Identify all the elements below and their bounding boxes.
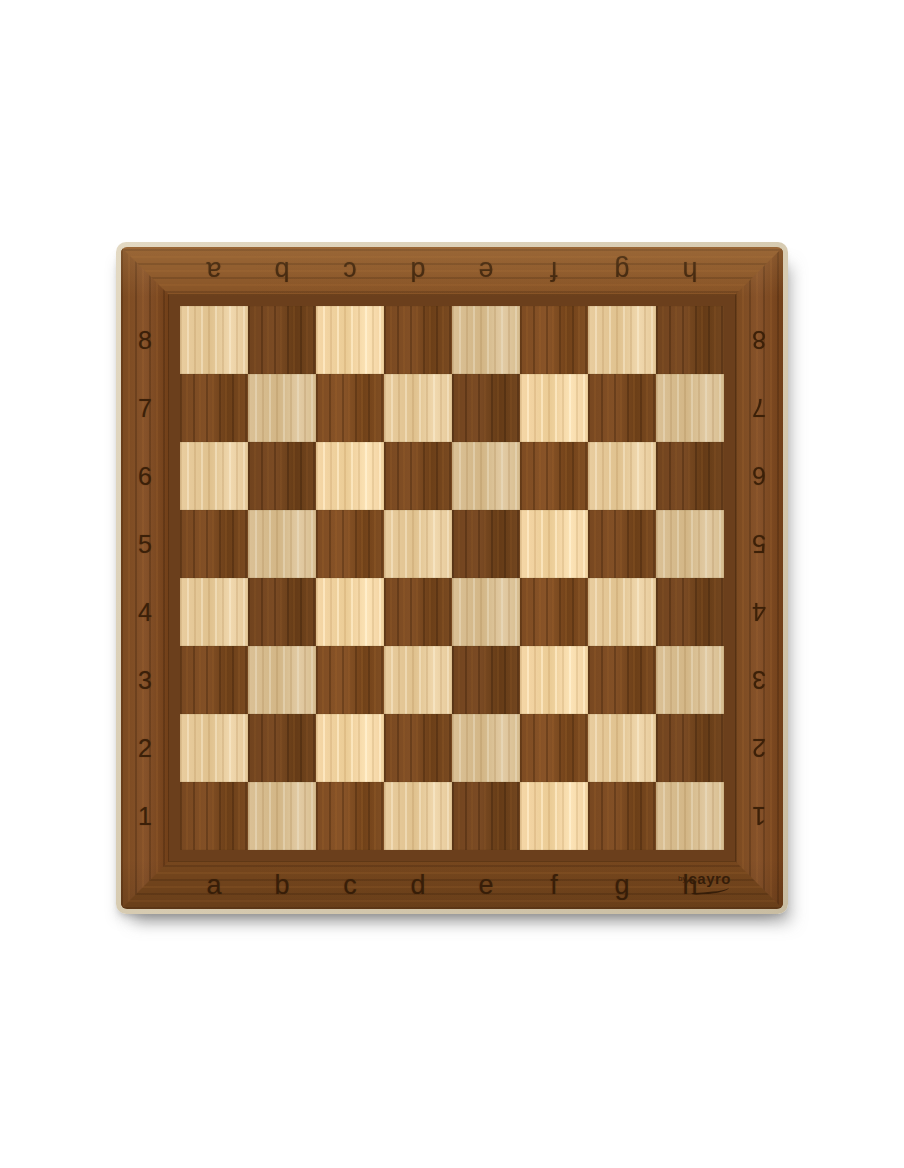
square-g6 bbox=[588, 442, 656, 510]
square-g8 bbox=[588, 306, 656, 374]
file-label-top-h: h bbox=[656, 247, 724, 295]
file-label-top-b: b bbox=[248, 247, 316, 295]
square-g7 bbox=[588, 374, 656, 442]
square-f8 bbox=[520, 306, 588, 374]
square-h3 bbox=[656, 646, 724, 714]
chess-board: abcdefgh abcdefgh 87654321 87654321 by c… bbox=[116, 242, 788, 914]
square-c5 bbox=[316, 510, 384, 578]
square-a8 bbox=[180, 306, 248, 374]
square-c8 bbox=[316, 306, 384, 374]
file-label-top-f: f bbox=[520, 247, 588, 295]
rank-label-right-1: 1 bbox=[735, 782, 783, 850]
rank-label-left-4: 4 bbox=[121, 578, 169, 646]
rank-label-left-2: 2 bbox=[121, 714, 169, 782]
square-b6 bbox=[248, 442, 316, 510]
square-b3 bbox=[248, 646, 316, 714]
square-h7 bbox=[656, 374, 724, 442]
square-b1 bbox=[248, 782, 316, 850]
square-d6 bbox=[384, 442, 452, 510]
square-f5 bbox=[520, 510, 588, 578]
square-c7 bbox=[316, 374, 384, 442]
square-e4 bbox=[452, 578, 520, 646]
rank-label-left-5: 5 bbox=[121, 510, 169, 578]
rank-label-right-5: 5 bbox=[735, 510, 783, 578]
square-e3 bbox=[452, 646, 520, 714]
square-a7 bbox=[180, 374, 248, 442]
square-d8 bbox=[384, 306, 452, 374]
square-e7 bbox=[452, 374, 520, 442]
rank-label-right-4: 4 bbox=[735, 578, 783, 646]
square-a4 bbox=[180, 578, 248, 646]
rank-label-right-2: 2 bbox=[735, 714, 783, 782]
rank-label-right-6: 6 bbox=[735, 442, 783, 510]
file-label-top-g: g bbox=[588, 247, 656, 295]
square-d3 bbox=[384, 646, 452, 714]
square-d7 bbox=[384, 374, 452, 442]
rank-labels-right: 87654321 bbox=[735, 306, 783, 850]
square-h2 bbox=[656, 714, 724, 782]
file-label-top-a: a bbox=[180, 247, 248, 295]
square-b2 bbox=[248, 714, 316, 782]
square-c4 bbox=[316, 578, 384, 646]
cayro-logo: by cayro bbox=[678, 872, 731, 898]
square-e6 bbox=[452, 442, 520, 510]
rank-label-left-3: 3 bbox=[121, 646, 169, 714]
file-label-top-c: c bbox=[316, 247, 384, 295]
rank-label-left-7: 7 bbox=[121, 374, 169, 442]
square-e2 bbox=[452, 714, 520, 782]
square-b5 bbox=[248, 510, 316, 578]
file-label-bottom-b: b bbox=[248, 861, 316, 909]
rank-labels-left: 87654321 bbox=[121, 306, 169, 850]
square-c1 bbox=[316, 782, 384, 850]
square-e5 bbox=[452, 510, 520, 578]
square-b4 bbox=[248, 578, 316, 646]
square-c3 bbox=[316, 646, 384, 714]
rank-label-left-6: 6 bbox=[121, 442, 169, 510]
board-grid bbox=[180, 306, 724, 850]
product-photo: abcdefgh abcdefgh 87654321 87654321 by c… bbox=[0, 0, 904, 1168]
square-c6 bbox=[316, 442, 384, 510]
square-f1 bbox=[520, 782, 588, 850]
file-label-bottom-e: e bbox=[452, 861, 520, 909]
file-label-bottom-a: a bbox=[180, 861, 248, 909]
square-d1 bbox=[384, 782, 452, 850]
rank-label-left-1: 1 bbox=[121, 782, 169, 850]
square-f4 bbox=[520, 578, 588, 646]
board-frame: abcdefgh abcdefgh 87654321 87654321 by c… bbox=[121, 247, 783, 909]
rank-label-right-7: 7 bbox=[735, 374, 783, 442]
file-labels-bottom: abcdefgh bbox=[180, 861, 724, 909]
square-d2 bbox=[384, 714, 452, 782]
square-e8 bbox=[452, 306, 520, 374]
square-f2 bbox=[520, 714, 588, 782]
file-label-bottom-g: g bbox=[588, 861, 656, 909]
file-label-top-d: d bbox=[384, 247, 452, 295]
square-a2 bbox=[180, 714, 248, 782]
square-g1 bbox=[588, 782, 656, 850]
file-label-bottom-d: d bbox=[384, 861, 452, 909]
square-a5 bbox=[180, 510, 248, 578]
square-h6 bbox=[656, 442, 724, 510]
brand-name: cayro bbox=[688, 872, 731, 886]
file-label-bottom-c: c bbox=[316, 861, 384, 909]
square-e1 bbox=[452, 782, 520, 850]
square-f3 bbox=[520, 646, 588, 714]
square-g5 bbox=[588, 510, 656, 578]
square-h4 bbox=[656, 578, 724, 646]
file-label-bottom-f: f bbox=[520, 861, 588, 909]
square-a3 bbox=[180, 646, 248, 714]
square-h1 bbox=[656, 782, 724, 850]
rank-label-left-8: 8 bbox=[121, 306, 169, 374]
square-a6 bbox=[180, 442, 248, 510]
square-h8 bbox=[656, 306, 724, 374]
square-g3 bbox=[588, 646, 656, 714]
brand-swoosh-icon bbox=[691, 886, 729, 896]
square-f6 bbox=[520, 442, 588, 510]
square-h5 bbox=[656, 510, 724, 578]
square-g4 bbox=[588, 578, 656, 646]
brand-prefix: by bbox=[678, 874, 686, 883]
board-inner-ring bbox=[169, 295, 735, 861]
rank-label-right-8: 8 bbox=[735, 306, 783, 374]
square-b8 bbox=[248, 306, 316, 374]
square-b7 bbox=[248, 374, 316, 442]
board-edge-bevel: abcdefgh abcdefgh 87654321 87654321 by c… bbox=[116, 242, 788, 914]
square-a1 bbox=[180, 782, 248, 850]
rank-label-right-3: 3 bbox=[735, 646, 783, 714]
square-f7 bbox=[520, 374, 588, 442]
square-c2 bbox=[316, 714, 384, 782]
file-labels-top: abcdefgh bbox=[180, 247, 724, 295]
square-d5 bbox=[384, 510, 452, 578]
square-g2 bbox=[588, 714, 656, 782]
square-d4 bbox=[384, 578, 452, 646]
file-label-top-e: e bbox=[452, 247, 520, 295]
